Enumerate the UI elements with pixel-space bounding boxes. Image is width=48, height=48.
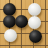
grid-line-vertical-3 [45,0,46,48]
stone-white[interactable]: ○ [4,29,17,42]
stone-white[interactable]: ○ [28,3,41,16]
stone-black[interactable]: ● [15,15,28,28]
stone-white[interactable]: ○ [28,16,41,29]
grid-line-horizontal-3 [0,45,48,46]
go-board[interactable]: ●○●●○○● [0,0,48,48]
stone-black[interactable]: ● [29,30,42,43]
